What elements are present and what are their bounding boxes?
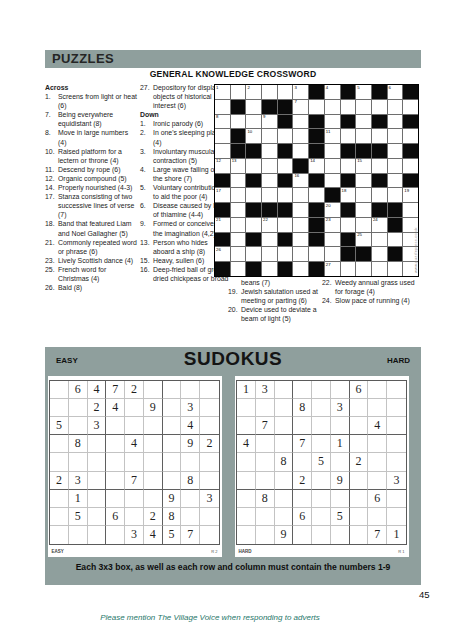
crossword-black-cell — [278, 115, 293, 129]
sudoku-empty-cell — [50, 508, 69, 526]
clue-number: 1. — [45, 92, 58, 110]
sudoku-empty-cell — [275, 417, 294, 435]
crossword-cell — [356, 129, 371, 143]
crossword-clue: 14.Properly nourished (4-3) — [45, 183, 137, 192]
crossword-cell — [403, 100, 418, 114]
clue-text: Bald (8) — [58, 283, 137, 292]
crossword-cell — [388, 174, 403, 188]
sudoku-given-cell: 2 — [350, 453, 369, 471]
sudoku-empty-cell — [50, 435, 69, 453]
crossword-black-cell — [403, 115, 418, 129]
clue-number: 17. — [45, 192, 58, 219]
sudoku-empty-cell — [312, 508, 331, 526]
sudoku-empty-cell — [106, 453, 125, 471]
sudoku-empty-cell — [368, 399, 387, 417]
sudoku-empty-cell — [50, 526, 69, 544]
sudoku-empty-cell — [88, 490, 107, 508]
sudoku-empty-cell — [144, 490, 163, 508]
crossword-cell — [372, 129, 387, 143]
crossword-cell: 4 — [325, 85, 340, 99]
sudoku-given-cell: 6 — [106, 508, 125, 526]
sudoku-empty-cell — [69, 417, 88, 435]
crossword-cell — [372, 100, 387, 114]
sudoku-empty-cell — [312, 472, 331, 490]
crossword-clue: 10.Raised platform for a lectern or thro… — [45, 147, 137, 165]
sudoku-empty-cell — [312, 435, 331, 453]
sudoku-empty-cell — [275, 508, 294, 526]
crossword-clue: 23.Lively Scottish dance (4) — [45, 256, 137, 265]
crossword-cell-number: 8 — [216, 114, 218, 120]
crossword-cell — [388, 188, 403, 202]
crossword-clue: 20.Device used to deviate a beam of ligh… — [228, 305, 321, 323]
crossword-cell — [388, 129, 403, 143]
sudoku-empty-cell — [256, 453, 275, 471]
crossword-black-cell — [278, 100, 293, 114]
crossword-cell — [372, 159, 387, 173]
crossword-black-cell — [278, 233, 293, 247]
crossword-cell — [356, 262, 371, 276]
sudoku-empty-cell — [275, 472, 294, 490]
crossword-black-cell — [388, 203, 403, 217]
sudoku-empty-cell — [350, 417, 369, 435]
crossword-clue: 1.Screens from light or heat (6) — [45, 92, 137, 110]
crossword-cell: 16 — [293, 174, 308, 188]
clue-text: Properly nourished (4-3) — [58, 183, 137, 192]
clue-text: Descend by rope (6) — [58, 165, 137, 174]
sudoku-given-cell: 9 — [163, 490, 182, 508]
sudoku-empty-cell — [237, 453, 256, 471]
sudoku-given-cell: 8 — [293, 399, 312, 417]
crossword-black-cell — [309, 174, 324, 188]
crossword-cell-number: 22 — [263, 217, 268, 223]
sudoku-given-cell: 6 — [350, 381, 369, 399]
crossword-black-cell — [341, 144, 356, 158]
crossword-cell: 20 — [325, 203, 340, 217]
sudoku-given-cell: 3 — [387, 472, 406, 490]
sudoku-given-cell: 9 — [275, 526, 294, 544]
sudoku-empty-cell — [368, 381, 387, 399]
sudoku-given-cell: 9 — [144, 399, 163, 417]
crossword-cell — [388, 262, 403, 276]
sudoku-empty-cell — [181, 381, 200, 399]
crossword-cell — [372, 233, 387, 247]
crossword-black-cell — [372, 115, 387, 129]
clue-number: 2. — [140, 128, 153, 146]
crossword-cell: 21 — [215, 218, 230, 232]
crossword-cell — [388, 233, 403, 247]
clue-number: 16. — [140, 265, 153, 283]
sudoku-given-cell: 4 — [181, 417, 200, 435]
clue-number: 20. — [228, 305, 241, 323]
clue-text: Slow pace of running (4) — [335, 296, 417, 305]
sudoku-empty-cell — [200, 417, 219, 435]
crossword-black-cell — [356, 247, 371, 261]
crossword-cell — [372, 188, 387, 202]
clue-number: 7. — [45, 110, 58, 128]
sudoku-empty-cell — [88, 453, 107, 471]
sudoku-empty-cell — [293, 417, 312, 435]
crossword-cell — [293, 129, 308, 143]
sudoku-empty-cell — [163, 381, 182, 399]
crossword-cell — [262, 85, 277, 99]
sudoku-given-cell: 2 — [200, 435, 219, 453]
sudoku-empty-cell — [88, 472, 107, 490]
crossword-clue: 25.French word for Christmas (4) — [45, 265, 137, 283]
sudoku-given-cell: 6 — [368, 490, 387, 508]
sudoku-easy-label: EASY — [52, 549, 64, 554]
sudoku-given-cell: 7 — [106, 381, 125, 399]
sudoku-empty-cell — [275, 490, 294, 508]
sudoku-empty-cell — [88, 435, 107, 453]
sudoku-given-cell: 9 — [181, 435, 200, 453]
clue-text: Being everywhere equidistant (8) — [58, 110, 137, 128]
sudoku-empty-cell — [200, 526, 219, 544]
sudoku-given-cell: 9 — [331, 472, 350, 490]
crossword-cell — [325, 159, 340, 173]
crossword-cell — [325, 144, 340, 158]
sudoku-empty-cell — [237, 399, 256, 417]
crossword-cell — [278, 159, 293, 173]
crossword-cell-number: 11 — [326, 129, 330, 135]
crossword-black-cell — [372, 203, 387, 217]
page-footer-note: Please mention The Village Voice when re… — [45, 613, 375, 622]
puzzles-header-bar: PUZZLES — [45, 50, 421, 68]
sudoku-empty-cell — [387, 381, 406, 399]
crossword-cell-number: 27 — [326, 262, 331, 268]
crossword-clue: 22.Weedy annual grass used for forage (4… — [322, 278, 417, 296]
crossword-black-cell — [403, 144, 418, 158]
crossword-cell — [278, 188, 293, 202]
sudoku-empty-cell — [256, 472, 275, 490]
crossword-cell — [293, 144, 308, 158]
sudoku-given-cell: 6 — [69, 381, 88, 399]
sudoku-empty-cell — [312, 526, 331, 544]
sudoku-empty-cell — [312, 399, 331, 417]
sudoku-given-cell: 4 — [125, 435, 144, 453]
crossword-cell — [278, 129, 293, 143]
sudoku-empty-cell — [106, 435, 125, 453]
sudoku-given-cell: 7 — [125, 472, 144, 490]
sudoku-empty-cell — [237, 417, 256, 435]
crossword-black-cell — [341, 247, 356, 261]
clue-text: Lively Scottish dance (4) — [58, 256, 137, 265]
crossword-cell — [215, 129, 230, 143]
crossword-cell — [325, 174, 340, 188]
crossword-cell — [372, 247, 387, 261]
sudoku-given-cell: 5 — [331, 508, 350, 526]
sudoku-empty-cell — [312, 490, 331, 508]
crossword-cell: 23 — [325, 218, 340, 232]
sudoku-given-cell: 3 — [69, 472, 88, 490]
crossword-black-cell — [372, 144, 387, 158]
sudoku-empty-cell — [50, 490, 69, 508]
sudoku-empty-cell — [106, 490, 125, 508]
sudoku-empty-cell — [256, 508, 275, 526]
sudoku-empty-cell — [368, 453, 387, 471]
crossword-black-cell — [246, 203, 261, 217]
crossword-cell — [309, 100, 324, 114]
crossword-black-cell — [231, 144, 246, 158]
crossword-cell-number: 20 — [326, 203, 331, 209]
clue-list-heading: Across — [45, 83, 137, 92]
crossword-cell — [388, 159, 403, 173]
crossword-black-cell — [278, 144, 293, 158]
sudoku-empty-cell — [50, 453, 69, 471]
sudoku-hard-card: 13683744718522938665971 HARD R 1 — [235, 376, 409, 557]
sudoku-empty-cell — [312, 381, 331, 399]
sudoku-empty-cell — [163, 399, 182, 417]
sudoku-empty-cell — [293, 453, 312, 471]
sudoku-empty-cell — [144, 472, 163, 490]
crossword-cell: 1 — [215, 85, 230, 99]
crossword-cell — [388, 100, 403, 114]
sudoku-given-cell: 4 — [106, 399, 125, 417]
crossword-cell-number: 5 — [357, 85, 359, 91]
crossword-clue: 12.Organic compound (5) — [45, 174, 137, 183]
crossword-black-cell — [388, 247, 403, 261]
crossword-cell-number: 16 — [294, 173, 299, 179]
sudoku-empty-cell — [106, 472, 125, 490]
sudoku-empty-cell — [387, 435, 406, 453]
clue-number: 25. — [45, 265, 58, 283]
sudoku-empty-cell — [144, 417, 163, 435]
crossword-cell — [309, 188, 324, 202]
hard-header-label: HARD — [387, 356, 410, 365]
sudoku-given-cell: 2 — [144, 508, 163, 526]
sudoku-empty-cell — [144, 453, 163, 471]
crossword-cell — [341, 100, 356, 114]
crossword-cell — [262, 129, 277, 143]
sudoku-instructions: Each 3x3 box, as well as each row and co… — [73, 562, 393, 573]
crossword-cell-number: 6 — [389, 85, 391, 91]
sudoku-empty-cell — [163, 453, 182, 471]
clue-number: 6. — [140, 201, 153, 219]
sudoku-given-cell: 4 — [368, 417, 387, 435]
clue-number: 3. — [140, 147, 153, 165]
crossword-cell: 15 — [356, 159, 371, 173]
sudoku-empty-cell — [106, 417, 125, 435]
crossword-cell: 9 — [262, 115, 277, 129]
sudoku-given-cell: 7 — [256, 417, 275, 435]
crossword-black-cell — [309, 203, 324, 217]
crossword-cell-number: 10 — [247, 129, 252, 135]
clue-text: Stanza consisting of two successive line… — [58, 192, 137, 219]
crossword-black-cell — [325, 188, 340, 202]
crossword-black-cell — [309, 262, 324, 276]
sudoku-empty-cell — [200, 453, 219, 471]
sudoku-empty-cell — [331, 381, 350, 399]
sudoku-empty-cell — [237, 490, 256, 508]
crossword-cell — [231, 174, 246, 188]
crossword-black-cell — [309, 85, 324, 99]
sudoku-empty-cell — [237, 526, 256, 544]
crossword-cell — [231, 218, 246, 232]
sudoku-empty-cell — [69, 453, 88, 471]
sudoku-given-cell: 6 — [293, 508, 312, 526]
crossword-cell — [325, 233, 340, 247]
sudoku-empty-cell — [387, 508, 406, 526]
sudoku-empty-cell — [293, 381, 312, 399]
sudoku-empty-cell — [144, 381, 163, 399]
crossword-cell: 24 — [372, 218, 387, 232]
crossword-cell — [341, 129, 356, 143]
crossword-black-cell — [278, 262, 293, 276]
crossword-black-cell — [403, 174, 418, 188]
sudoku-given-cell: 3 — [125, 526, 144, 544]
crossword-cell: 3 — [293, 85, 308, 99]
sudoku-given-cell: 5 — [50, 417, 69, 435]
crossword-cell — [215, 100, 230, 114]
crossword-cell: 22 — [262, 218, 277, 232]
crossword-black-cell — [293, 159, 308, 173]
crossword-cell — [215, 144, 230, 158]
sudoku-empty-cell — [312, 417, 331, 435]
page-title: PUZZLES — [52, 50, 114, 68]
crossword-cell-number: 15 — [357, 158, 362, 164]
crossword-cell — [356, 203, 371, 217]
sudoku-empty-cell — [237, 508, 256, 526]
sudoku-hard-grid: 13683744718522938665971 — [236, 380, 407, 545]
crossword-cell: 17 — [215, 188, 230, 202]
crossword-grid: 1234567891011121314151617181920212223242… — [214, 84, 419, 277]
crossword-cell — [246, 115, 261, 129]
crossword-clue: 24.Slow pace of running (4) — [322, 296, 417, 305]
crossword-cell — [231, 85, 246, 99]
crossword-cell — [262, 247, 277, 261]
crossword-cell: 26 — [215, 247, 230, 261]
crossword-clue: 18.Band that featured Liam and Noel Gall… — [45, 219, 137, 237]
sudoku-empty-cell — [387, 399, 406, 417]
clue-text: Band that featured Liam and Noel Gallagh… — [58, 219, 137, 237]
crossword-cell-number: 1 — [216, 85, 218, 91]
sudoku-given-cell: 5 — [69, 508, 88, 526]
crossword-cell — [341, 159, 356, 173]
crossword-cell-number: 12 — [216, 158, 221, 164]
clue-number: 12. — [45, 174, 58, 183]
crossword-cell — [246, 159, 261, 173]
sudoku-empty-cell — [69, 526, 88, 544]
crossword-cell-number: 24 — [373, 217, 378, 223]
sudoku-empty-cell — [368, 508, 387, 526]
crossword-black-cell — [231, 129, 246, 143]
crossword-title: GENERAL KNOWLEDGE CROSSWORD — [45, 69, 421, 79]
sudoku-easy-grid: 647224935348492237819356283457 — [49, 380, 220, 545]
crossword-cell-number: 17 — [216, 188, 221, 194]
clue-number: 13. — [140, 238, 153, 256]
crossword-clue: 19.Jewish salutation used at meeting or … — [228, 287, 321, 305]
clue-column-4: 22.Weedy annual grass used for forage (4… — [322, 278, 417, 305]
crossword-black-cell — [388, 218, 403, 232]
clue-number: 22. — [322, 278, 335, 296]
crossword-cell — [262, 144, 277, 158]
clue-text: Device used to deviate a beam of light (… — [241, 305, 321, 323]
sudoku-empty-cell — [200, 399, 219, 417]
sudoku-empty-cell — [256, 526, 275, 544]
sudoku-given-cell: 2 — [125, 381, 144, 399]
sudoku-given-cell: 1 — [331, 435, 350, 453]
clue-number: 9. — [140, 219, 153, 237]
sudoku-empty-cell — [293, 490, 312, 508]
sudoku-empty-cell — [106, 526, 125, 544]
clue-number: 4. — [140, 165, 153, 183]
sudoku-empty-cell — [200, 472, 219, 490]
crossword-cell-number: 2 — [247, 85, 249, 91]
crossword-black-cell — [309, 218, 324, 232]
crossword-cell — [293, 262, 308, 276]
sudoku-given-cell: 5 — [312, 453, 331, 471]
sudoku-given-cell: 7 — [368, 526, 387, 544]
crossword-cell — [231, 188, 246, 202]
crossword-cell-number: 18 — [342, 188, 347, 194]
crossword-cell-number: 19 — [404, 188, 409, 194]
sudoku-given-cell: 8 — [256, 490, 275, 508]
crossword-cell: 13 — [231, 159, 246, 173]
sudoku-given-cell: 8 — [181, 472, 200, 490]
clue-number: 27. — [140, 83, 153, 110]
sudoku-empty-cell — [181, 453, 200, 471]
sudoku-given-cell: 2 — [88, 399, 107, 417]
sudoku-empty-cell — [88, 508, 107, 526]
crossword-cell — [388, 144, 403, 158]
crossword-cell-number: 4 — [326, 85, 328, 91]
sudoku-given-cell: 7 — [181, 526, 200, 544]
sudoku-empty-cell — [275, 435, 294, 453]
crossword-clue: 7.Being everywhere equidistant (8) — [45, 110, 137, 128]
crossword-black-cell — [246, 262, 261, 276]
crossword-cell — [246, 100, 261, 114]
crossword-watermark: www.puzzlepress.co.uk — [413, 207, 420, 273]
clue-number: 11. — [45, 165, 58, 174]
clue-number: 21. — [45, 238, 58, 256]
crossword-cell — [293, 233, 308, 247]
crossword-cell — [278, 85, 293, 99]
crossword-black-cell — [309, 144, 324, 158]
crossword-cell: 2 — [246, 85, 261, 99]
sudoku-empty-cell — [331, 417, 350, 435]
crossword-cell: 7 — [293, 100, 308, 114]
sudoku-empty-cell — [144, 435, 163, 453]
sudoku-empty-cell — [181, 508, 200, 526]
sudoku-empty-cell — [387, 453, 406, 471]
crossword-cell — [325, 115, 340, 129]
clue-number: 19. — [228, 287, 241, 305]
crossword-cell — [278, 247, 293, 261]
sudoku-empty-cell — [50, 381, 69, 399]
clue-number: 18. — [45, 219, 58, 237]
crossword-black-cell — [278, 203, 293, 217]
crossword-cell — [231, 203, 246, 217]
sudoku-empty-cell — [163, 417, 182, 435]
sudoku-empty-cell — [163, 472, 182, 490]
sudoku-given-cell: 4 — [144, 526, 163, 544]
crossword-cell — [293, 218, 308, 232]
crossword-black-cell — [215, 233, 230, 247]
sudoku-empty-cell — [275, 381, 294, 399]
crossword-black-cell — [341, 174, 356, 188]
sudoku-hard-ref: R 1 — [398, 549, 404, 554]
crossword-clue: 21.Commonly repeated word or phrase (6) — [45, 238, 137, 256]
sudoku-given-cell: 3 — [200, 490, 219, 508]
clue-text: Move in large numbers (4) — [58, 128, 137, 146]
crossword-clue: 11.Descend by rope (6) — [45, 165, 137, 174]
crossword-cell — [341, 218, 356, 232]
sudoku-given-cell: 1 — [387, 526, 406, 544]
crossword-black-cell — [215, 203, 230, 217]
crossword-cell — [293, 203, 308, 217]
crossword-black-cell — [309, 233, 324, 247]
crossword-black-cell — [372, 174, 387, 188]
clue-text: beans (7) — [241, 278, 321, 287]
